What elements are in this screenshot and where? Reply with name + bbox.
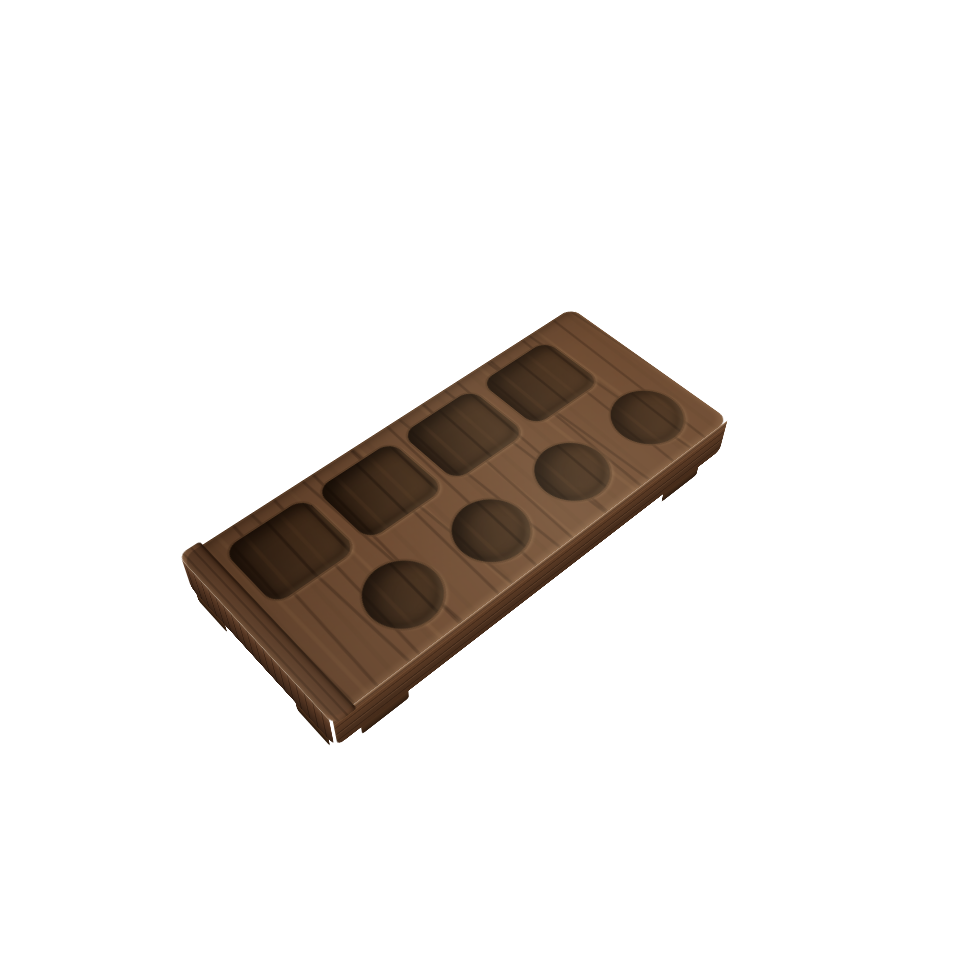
pit-round-2[interactable] [435, 487, 546, 576]
photo-canvas [0, 0, 980, 980]
pit-round-4[interactable] [596, 380, 699, 456]
pit-round-1[interactable] [345, 547, 461, 643]
pit-round-3[interactable] [519, 432, 626, 514]
pit-square-2[interactable] [316, 441, 445, 540]
foot-front-right [661, 467, 698, 502]
foot-front-left [361, 691, 409, 734]
wooden-tray-board [190, 339, 721, 747]
